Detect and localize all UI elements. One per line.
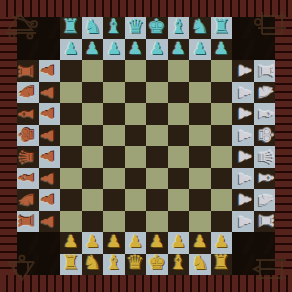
square-r5c1[interactable]: ♟ <box>39 125 61 147</box>
square-r5c6[interactable] <box>146 125 168 147</box>
corner-void <box>17 39 39 61</box>
square-r3c8[interactable] <box>189 82 211 104</box>
square-r3c4[interactable] <box>103 82 125 104</box>
square-r0c8[interactable]: ♞ <box>189 17 211 39</box>
square-r1c3[interactable]: ♟ <box>82 39 104 61</box>
square-r6c7[interactable] <box>168 146 190 168</box>
teal-knight[interactable]: ♞ <box>83 16 101 36</box>
frame-right <box>275 17 292 275</box>
square-r11c6[interactable]: ♚ <box>146 254 168 276</box>
square-r5c2[interactable] <box>60 125 82 147</box>
square-r4c11[interactable]: ♝ <box>254 103 276 125</box>
square-r9c8[interactable] <box>189 211 211 233</box>
frame-left <box>0 17 17 275</box>
teal-queen[interactable]: ♛ <box>126 16 144 36</box>
gold-pawn[interactable]: ♟ <box>171 233 186 250</box>
square-r9c9[interactable] <box>211 211 233 233</box>
square-r0c2[interactable]: ♜ <box>60 17 82 39</box>
square-r2c10[interactable]: ♟ <box>232 60 254 82</box>
gold-queen[interactable]: ♛ <box>126 252 144 272</box>
square-r6c11[interactable]: ♛ <box>254 146 276 168</box>
game-window: ♜♞♝♛♚♝♞♜♟♟♟♟♟♟♟♟♜♟♟♜♞♟♟♞♝♟♟♝♚♟♟♚♛♟♟♛♝♟♟♝… <box>0 0 292 292</box>
red-knight[interactable]: ♞ <box>16 83 36 101</box>
square-r6c9[interactable] <box>211 146 233 168</box>
square-r2c9[interactable] <box>211 60 233 82</box>
square-r9c7[interactable] <box>168 211 190 233</box>
square-r8c2[interactable] <box>60 189 82 211</box>
gold-pawn[interactable]: ♟ <box>192 233 207 250</box>
square-r5c8[interactable] <box>189 125 211 147</box>
corner-void <box>254 17 276 39</box>
gold-pawn[interactable]: ♟ <box>106 233 121 250</box>
square-r9c3[interactable] <box>82 211 104 233</box>
square-r7c10[interactable]: ♟ <box>232 168 254 190</box>
square-r0c6[interactable]: ♚ <box>146 17 168 39</box>
gold-king[interactable]: ♚ <box>148 252 166 272</box>
square-r3c9[interactable] <box>211 82 233 104</box>
gold-bishop[interactable]: ♝ <box>105 252 123 272</box>
square-r0c4[interactable]: ♝ <box>103 17 125 39</box>
square-r8c10[interactable]: ♟ <box>232 189 254 211</box>
teal-pawn[interactable]: ♟ <box>149 40 164 57</box>
gold-pawn[interactable]: ♟ <box>85 233 100 250</box>
square-r9c0[interactable]: ♜ <box>17 211 39 233</box>
square-r4c4[interactable] <box>103 103 125 125</box>
corner-void <box>232 254 254 276</box>
square-r8c6[interactable] <box>146 189 168 211</box>
square-r11c3[interactable]: ♞ <box>82 254 104 276</box>
square-r2c5[interactable] <box>125 60 147 82</box>
square-r7c0[interactable]: ♝ <box>17 168 39 190</box>
square-r0c5[interactable]: ♛ <box>125 17 147 39</box>
teal-pawn[interactable]: ♟ <box>192 40 207 57</box>
square-r4c6[interactable] <box>146 103 168 125</box>
corner-void <box>232 39 254 61</box>
corner-void <box>17 17 39 39</box>
square-r9c10[interactable]: ♟ <box>232 211 254 233</box>
silver-knight[interactable]: ♞ <box>256 83 276 101</box>
square-r2c7[interactable] <box>168 60 190 82</box>
square-r11c8[interactable]: ♞ <box>189 254 211 276</box>
square-r5c5[interactable] <box>125 125 147 147</box>
square-r4c2[interactable] <box>60 103 82 125</box>
square-r1c2[interactable]: ♟ <box>60 39 82 61</box>
red-bishop[interactable]: ♝ <box>16 105 36 123</box>
square-r8c9[interactable] <box>211 189 233 211</box>
corner-void <box>39 17 61 39</box>
square-r6c8[interactable] <box>189 146 211 168</box>
gold-bishop[interactable]: ♝ <box>169 252 187 272</box>
square-r5c10[interactable]: ♟ <box>232 125 254 147</box>
square-r2c6[interactable] <box>146 60 168 82</box>
square-r1c5[interactable]: ♟ <box>125 39 147 61</box>
silver-king[interactable]: ♚ <box>256 126 276 144</box>
red-pawn[interactable]: ♟ <box>39 171 56 186</box>
teal-rook[interactable]: ♜ <box>62 16 80 36</box>
red-knight[interactable]: ♞ <box>16 191 36 209</box>
square-r2c1[interactable]: ♟ <box>39 60 61 82</box>
square-r5c0[interactable]: ♚ <box>17 125 39 147</box>
gold-pawn[interactable]: ♟ <box>128 233 143 250</box>
square-r2c4[interactable] <box>103 60 125 82</box>
square-r6c1[interactable]: ♟ <box>39 146 61 168</box>
teal-king[interactable]: ♚ <box>148 16 166 36</box>
silver-pawn[interactable]: ♟ <box>236 171 253 186</box>
square-r5c4[interactable] <box>103 125 125 147</box>
silver-rook[interactable]: ♜ <box>256 62 276 80</box>
silver-bishop[interactable]: ♝ <box>256 105 276 123</box>
square-r8c7[interactable] <box>168 189 190 211</box>
square-r6c3[interactable] <box>82 146 104 168</box>
square-r9c11[interactable]: ♜ <box>254 211 276 233</box>
square-r6c0[interactable]: ♛ <box>17 146 39 168</box>
teal-pawn[interactable]: ♟ <box>85 40 100 57</box>
silver-pawn[interactable]: ♟ <box>236 214 253 229</box>
square-r1c8[interactable]: ♟ <box>189 39 211 61</box>
square-r1c6[interactable]: ♟ <box>146 39 168 61</box>
square-r3c0[interactable]: ♞ <box>17 82 39 104</box>
square-r7c4[interactable] <box>103 168 125 190</box>
corner-void <box>254 39 276 61</box>
square-r4c9[interactable] <box>211 103 233 125</box>
red-bishop[interactable]: ♝ <box>16 169 36 187</box>
silver-pawn[interactable]: ♟ <box>236 106 253 121</box>
square-r2c3[interactable] <box>82 60 104 82</box>
square-r5c11[interactable]: ♚ <box>254 125 276 147</box>
teal-bishop[interactable]: ♝ <box>105 16 123 36</box>
red-rook[interactable]: ♜ <box>16 212 36 230</box>
frame-top <box>0 0 292 17</box>
silver-bishop[interactable]: ♝ <box>256 169 276 187</box>
corner-void <box>232 232 254 254</box>
square-r2c8[interactable] <box>189 60 211 82</box>
square-r7c5[interactable] <box>125 168 147 190</box>
square-r8c0[interactable]: ♞ <box>17 189 39 211</box>
square-r3c2[interactable] <box>60 82 82 104</box>
square-r8c11[interactable]: ♞ <box>254 189 276 211</box>
teal-pawn[interactable]: ♟ <box>214 40 229 57</box>
square-r4c8[interactable] <box>189 103 211 125</box>
square-r6c2[interactable] <box>60 146 82 168</box>
silver-knight[interactable]: ♞ <box>256 191 276 209</box>
square-r2c11[interactable]: ♜ <box>254 60 276 82</box>
square-r4c5[interactable] <box>125 103 147 125</box>
square-r7c1[interactable]: ♟ <box>39 168 61 190</box>
frame-bottom <box>0 275 292 292</box>
red-pawn[interactable]: ♟ <box>39 85 56 100</box>
silver-pawn[interactable]: ♟ <box>236 85 253 100</box>
red-pawn[interactable]: ♟ <box>39 149 56 164</box>
silver-pawn[interactable]: ♟ <box>236 149 253 164</box>
square-r9c4[interactable] <box>103 211 125 233</box>
corner-void <box>232 17 254 39</box>
red-pawn[interactable]: ♟ <box>39 106 56 121</box>
silver-pawn[interactable]: ♟ <box>236 63 253 78</box>
corner-void <box>39 254 61 276</box>
teal-knight[interactable]: ♞ <box>191 16 209 36</box>
square-r6c6[interactable] <box>146 146 168 168</box>
square-r4c10[interactable]: ♟ <box>232 103 254 125</box>
square-r4c0[interactable]: ♝ <box>17 103 39 125</box>
silver-pawn[interactable]: ♟ <box>236 128 253 143</box>
red-pawn[interactable]: ♟ <box>39 128 56 143</box>
teal-bishop[interactable]: ♝ <box>169 16 187 36</box>
square-r7c9[interactable] <box>211 168 233 190</box>
square-r8c5[interactable] <box>125 189 147 211</box>
square-r8c8[interactable] <box>189 189 211 211</box>
square-r1c4[interactable]: ♟ <box>103 39 125 61</box>
red-pawn[interactable]: ♟ <box>39 63 56 78</box>
square-r5c3[interactable] <box>82 125 104 147</box>
square-r8c3[interactable] <box>82 189 104 211</box>
square-r3c6[interactable] <box>146 82 168 104</box>
square-r9c6[interactable] <box>146 211 168 233</box>
square-r5c7[interactable] <box>168 125 190 147</box>
gold-rook[interactable]: ♜ <box>62 252 80 272</box>
red-rook[interactable]: ♜ <box>16 62 36 80</box>
square-r5c9[interactable] <box>211 125 233 147</box>
corner-void <box>17 232 39 254</box>
square-r8c1[interactable]: ♟ <box>39 189 61 211</box>
teal-pawn[interactable]: ♟ <box>171 40 186 57</box>
square-r1c9[interactable]: ♟ <box>211 39 233 61</box>
square-r3c5[interactable] <box>125 82 147 104</box>
gold-knight[interactable]: ♞ <box>83 252 101 272</box>
square-r7c7[interactable] <box>168 168 190 190</box>
square-r0c7[interactable]: ♝ <box>168 17 190 39</box>
square-r2c0[interactable]: ♜ <box>17 60 39 82</box>
gold-knight[interactable]: ♞ <box>191 252 209 272</box>
silver-pawn[interactable]: ♟ <box>236 192 253 207</box>
square-r7c6[interactable] <box>146 168 168 190</box>
corner-void <box>254 232 276 254</box>
square-r9c2[interactable] <box>60 211 82 233</box>
gold-rook[interactable]: ♜ <box>212 252 230 272</box>
square-r4c1[interactable]: ♟ <box>39 103 61 125</box>
corner-void <box>39 232 61 254</box>
red-pawn[interactable]: ♟ <box>39 192 56 207</box>
square-r0c9[interactable]: ♜ <box>211 17 233 39</box>
corner-void <box>17 254 39 276</box>
corner-void <box>39 39 61 61</box>
square-r7c8[interactable] <box>189 168 211 190</box>
square-r6c4[interactable] <box>103 146 125 168</box>
square-r9c1[interactable]: ♟ <box>39 211 61 233</box>
corner-void <box>254 254 276 276</box>
square-r3c7[interactable] <box>168 82 190 104</box>
square-r0c3[interactable]: ♞ <box>82 17 104 39</box>
square-r9c5[interactable] <box>125 211 147 233</box>
red-queen[interactable]: ♛ <box>16 148 36 166</box>
gold-pawn[interactable]: ♟ <box>63 233 78 250</box>
square-r11c4[interactable]: ♝ <box>103 254 125 276</box>
square-r7c3[interactable] <box>82 168 104 190</box>
square-r1c7[interactable]: ♟ <box>168 39 190 61</box>
square-r11c7[interactable]: ♝ <box>168 254 190 276</box>
teal-pawn[interactable]: ♟ <box>106 40 121 57</box>
gold-pawn[interactable]: ♟ <box>149 233 164 250</box>
square-r3c1[interactable]: ♟ <box>39 82 61 104</box>
square-r11c5[interactable]: ♛ <box>125 254 147 276</box>
gold-pawn[interactable]: ♟ <box>214 233 229 250</box>
square-r2c2[interactable] <box>60 60 82 82</box>
square-r4c3[interactable] <box>82 103 104 125</box>
square-r6c10[interactable]: ♟ <box>232 146 254 168</box>
square-r6c5[interactable] <box>125 146 147 168</box>
square-r3c3[interactable] <box>82 82 104 104</box>
teal-pawn[interactable]: ♟ <box>63 40 78 57</box>
square-r11c2[interactable]: ♜ <box>60 254 82 276</box>
square-r11c9[interactable]: ♜ <box>211 254 233 276</box>
red-king[interactable]: ♚ <box>16 126 36 144</box>
board: ♜♞♝♛♚♝♞♜♟♟♟♟♟♟♟♟♜♟♟♜♞♟♟♞♝♟♟♝♚♟♟♚♛♟♟♛♝♟♟♝… <box>17 17 275 275</box>
square-r3c11[interactable]: ♞ <box>254 82 276 104</box>
teal-rook[interactable]: ♜ <box>212 16 230 36</box>
square-r3c10[interactable]: ♟ <box>232 82 254 104</box>
square-r4c7[interactable] <box>168 103 190 125</box>
square-r7c11[interactable]: ♝ <box>254 168 276 190</box>
square-r7c2[interactable] <box>60 168 82 190</box>
silver-rook[interactable]: ♜ <box>256 212 276 230</box>
red-pawn[interactable]: ♟ <box>39 214 56 229</box>
silver-queen[interactable]: ♛ <box>256 148 276 166</box>
square-r8c4[interactable] <box>103 189 125 211</box>
teal-pawn[interactable]: ♟ <box>128 40 143 57</box>
